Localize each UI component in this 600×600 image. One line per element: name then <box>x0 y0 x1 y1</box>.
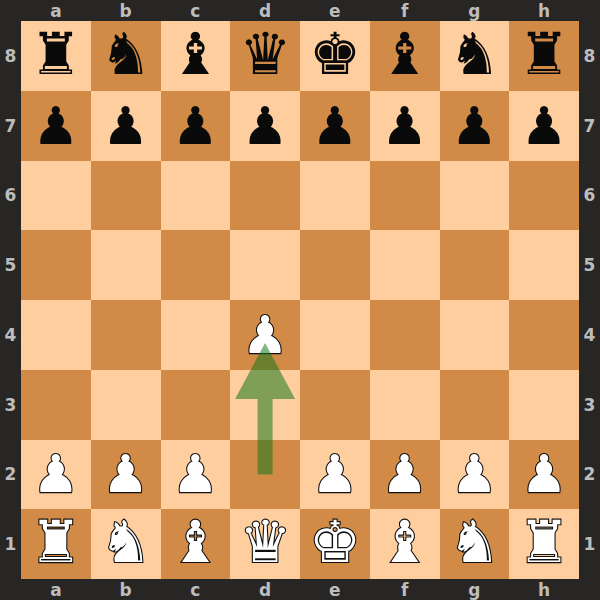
white-bishop[interactable]: ♝ <box>379 513 431 571</box>
file-label-g: g <box>440 0 510 21</box>
square-g8[interactable]: ♞ <box>440 21 510 91</box>
file-label-g: g <box>440 579 510 600</box>
square-h1[interactable]: ♜ <box>509 509 579 579</box>
square-a5[interactable] <box>21 230 91 300</box>
square-f4[interactable] <box>370 300 440 370</box>
file-labels-bottom: abcdefgh <box>21 579 579 600</box>
square-g4[interactable] <box>440 300 510 370</box>
file-label-h: h <box>509 0 579 21</box>
square-b6[interactable] <box>91 161 161 231</box>
square-a2[interactable]: ♟ <box>21 440 91 510</box>
black-pawn[interactable]: ♟ <box>172 100 219 152</box>
white-pawn[interactable]: ♟ <box>102 448 149 500</box>
square-a3[interactable] <box>21 370 91 440</box>
square-f7[interactable]: ♟ <box>370 91 440 161</box>
square-d3[interactable] <box>230 370 300 440</box>
rank-label-1: 1 <box>579 509 600 579</box>
chess-board[interactable]: ♜♞♝♛♚♝♞♜♟♟♟♟♟♟♟♟♟♟♟♟♟♟♟♟♜♞♝♛♚♝♞♜ <box>21 21 579 579</box>
rank-label-2: 2 <box>579 440 600 510</box>
rank-label-8: 8 <box>0 21 21 91</box>
square-b3[interactable] <box>91 370 161 440</box>
square-b7[interactable]: ♟ <box>91 91 161 161</box>
white-bishop[interactable]: ♝ <box>169 513 221 571</box>
white-pawn[interactable]: ♟ <box>242 309 289 361</box>
square-d2[interactable] <box>230 440 300 510</box>
file-label-h: h <box>509 579 579 600</box>
chess-app: abcdefgh abcdefgh 87654321 87654321 ♜♞♝♛… <box>0 0 600 600</box>
black-pawn[interactable]: ♟ <box>33 100 80 152</box>
square-g3[interactable] <box>440 370 510 440</box>
file-label-e: e <box>300 579 370 600</box>
file-label-c: c <box>161 579 231 600</box>
file-labels-top: abcdefgh <box>21 0 579 21</box>
black-queen[interactable]: ♛ <box>239 25 291 83</box>
rank-label-6: 6 <box>579 161 600 231</box>
rank-label-7: 7 <box>579 91 600 161</box>
square-b5[interactable] <box>91 230 161 300</box>
rank-label-6: 6 <box>0 161 21 231</box>
file-label-f: f <box>370 0 440 21</box>
white-queen[interactable]: ♛ <box>239 513 291 571</box>
square-b8[interactable]: ♞ <box>91 21 161 91</box>
square-h4[interactable] <box>509 300 579 370</box>
square-c1[interactable]: ♝ <box>161 509 231 579</box>
black-rook[interactable]: ♜ <box>30 25 82 83</box>
square-e3[interactable] <box>300 370 370 440</box>
black-pawn[interactable]: ♟ <box>381 100 428 152</box>
white-knight[interactable]: ♞ <box>100 513 152 571</box>
black-pawn[interactable]: ♟ <box>521 100 568 152</box>
square-e5[interactable] <box>300 230 370 300</box>
square-a6[interactable] <box>21 161 91 231</box>
square-h5[interactable] <box>509 230 579 300</box>
square-e1[interactable]: ♚ <box>300 509 370 579</box>
rank-label-1: 1 <box>0 509 21 579</box>
rank-label-4: 4 <box>579 300 600 370</box>
file-label-b: b <box>91 579 161 600</box>
square-g2[interactable]: ♟ <box>440 440 510 510</box>
square-b2[interactable]: ♟ <box>91 440 161 510</box>
square-d5[interactable] <box>230 230 300 300</box>
square-c5[interactable] <box>161 230 231 300</box>
file-label-a: a <box>21 579 91 600</box>
square-e4[interactable] <box>300 300 370 370</box>
file-label-f: f <box>370 579 440 600</box>
white-rook[interactable]: ♜ <box>518 513 570 571</box>
white-pawn[interactable]: ♟ <box>172 448 219 500</box>
black-pawn[interactable]: ♟ <box>451 100 498 152</box>
square-d6[interactable] <box>230 161 300 231</box>
square-g7[interactable]: ♟ <box>440 91 510 161</box>
file-label-b: b <box>91 0 161 21</box>
square-f2[interactable]: ♟ <box>370 440 440 510</box>
square-b4[interactable] <box>91 300 161 370</box>
rank-label-4: 4 <box>0 300 21 370</box>
file-label-a: a <box>21 0 91 21</box>
square-a7[interactable]: ♟ <box>21 91 91 161</box>
square-h3[interactable] <box>509 370 579 440</box>
square-f5[interactable] <box>370 230 440 300</box>
rank-label-3: 3 <box>579 370 600 440</box>
square-d7[interactable]: ♟ <box>230 91 300 161</box>
square-f8[interactable]: ♝ <box>370 21 440 91</box>
square-e2[interactable]: ♟ <box>300 440 370 510</box>
white-rook[interactable]: ♜ <box>30 513 82 571</box>
file-label-c: c <box>161 0 231 21</box>
square-f3[interactable] <box>370 370 440 440</box>
black-bishop[interactable]: ♝ <box>169 25 221 83</box>
square-b1[interactable]: ♞ <box>91 509 161 579</box>
square-h6[interactable] <box>509 161 579 231</box>
rank-label-5: 5 <box>0 230 21 300</box>
black-rook[interactable]: ♜ <box>518 25 570 83</box>
square-d1[interactable]: ♛ <box>230 509 300 579</box>
black-bishop[interactable]: ♝ <box>379 25 431 83</box>
square-e8[interactable]: ♚ <box>300 21 370 91</box>
square-h2[interactable]: ♟ <box>509 440 579 510</box>
white-pawn[interactable]: ♟ <box>381 448 428 500</box>
rank-label-8: 8 <box>579 21 600 91</box>
file-label-e: e <box>300 0 370 21</box>
square-f1[interactable]: ♝ <box>370 509 440 579</box>
black-pawn[interactable]: ♟ <box>242 100 289 152</box>
square-d4[interactable]: ♟ <box>230 300 300 370</box>
white-king[interactable]: ♚ <box>309 513 361 571</box>
file-label-d: d <box>230 0 300 21</box>
square-h8[interactable]: ♜ <box>509 21 579 91</box>
square-c7[interactable]: ♟ <box>161 91 231 161</box>
square-c2[interactable]: ♟ <box>161 440 231 510</box>
white-knight[interactable]: ♞ <box>448 513 500 571</box>
square-a4[interactable] <box>21 300 91 370</box>
square-h7[interactable]: ♟ <box>509 91 579 161</box>
square-g5[interactable] <box>440 230 510 300</box>
square-a1[interactable]: ♜ <box>21 509 91 579</box>
white-pawn[interactable]: ♟ <box>521 448 568 500</box>
square-c6[interactable] <box>161 161 231 231</box>
square-c8[interactable]: ♝ <box>161 21 231 91</box>
black-knight[interactable]: ♞ <box>448 25 500 83</box>
square-c4[interactable] <box>161 300 231 370</box>
rank-labels-right: 87654321 <box>579 21 600 579</box>
white-pawn[interactable]: ♟ <box>33 448 80 500</box>
square-c3[interactable] <box>161 370 231 440</box>
square-g1[interactable]: ♞ <box>440 509 510 579</box>
file-label-d: d <box>230 579 300 600</box>
white-pawn[interactable]: ♟ <box>451 448 498 500</box>
rank-labels-left: 87654321 <box>0 21 21 579</box>
square-f6[interactable] <box>370 161 440 231</box>
rank-label-2: 2 <box>0 440 21 510</box>
square-a8[interactable]: ♜ <box>21 21 91 91</box>
rank-label-7: 7 <box>0 91 21 161</box>
square-e7[interactable]: ♟ <box>300 91 370 161</box>
black-king[interactable]: ♚ <box>309 25 361 83</box>
black-pawn[interactable]: ♟ <box>312 100 359 152</box>
square-g6[interactable] <box>440 161 510 231</box>
black-knight[interactable]: ♞ <box>100 25 152 83</box>
black-pawn[interactable]: ♟ <box>102 100 149 152</box>
square-e6[interactable] <box>300 161 370 231</box>
rank-label-3: 3 <box>0 370 21 440</box>
white-pawn[interactable]: ♟ <box>312 448 359 500</box>
rank-label-5: 5 <box>579 230 600 300</box>
square-d8[interactable]: ♛ <box>230 21 300 91</box>
